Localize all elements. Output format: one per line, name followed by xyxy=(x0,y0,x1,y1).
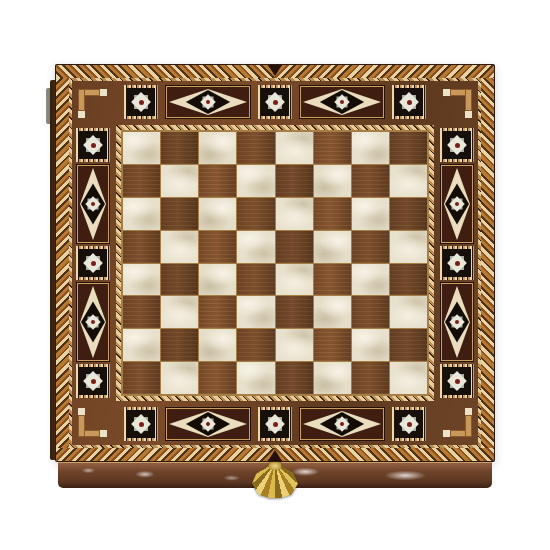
square-c5[interactable] xyxy=(199,231,236,263)
star-rosette-tile xyxy=(440,246,474,280)
square-b5[interactable] xyxy=(161,231,198,263)
square-f4[interactable] xyxy=(314,264,351,296)
motif-strip-bottom xyxy=(116,403,434,445)
square-c7[interactable] xyxy=(199,165,236,197)
square-h5[interactable] xyxy=(390,231,427,263)
square-f8[interactable] xyxy=(314,132,351,164)
star-rosette-tile xyxy=(440,128,474,162)
square-d8[interactable] xyxy=(237,132,274,164)
red-center-dot xyxy=(340,422,344,426)
square-c2[interactable] xyxy=(199,329,236,361)
square-e2[interactable] xyxy=(276,329,313,361)
diamond-lozenge-tile xyxy=(441,283,473,361)
square-e8[interactable] xyxy=(276,132,313,164)
red-center-dot xyxy=(455,379,460,384)
square-f7[interactable] xyxy=(314,165,351,197)
corner-l-motif xyxy=(438,405,476,443)
board-photo: Handmade wooden chess box with mother-of… xyxy=(0,0,550,550)
square-f5[interactable] xyxy=(314,231,351,263)
square-g1[interactable] xyxy=(352,362,389,394)
motif-strip-right xyxy=(436,125,478,401)
red-center-dot xyxy=(407,100,412,105)
square-g5[interactable] xyxy=(352,231,389,263)
rope-inlay-bottom-left xyxy=(56,448,275,461)
corner-l-motif xyxy=(438,83,476,121)
star-rosette-tile xyxy=(392,407,426,441)
square-d4[interactable] xyxy=(237,264,274,296)
square-e5[interactable] xyxy=(276,231,313,263)
square-g3[interactable] xyxy=(352,296,389,328)
square-g6[interactable] xyxy=(352,198,389,230)
square-b6[interactable] xyxy=(161,198,198,230)
square-h8[interactable] xyxy=(390,132,427,164)
star-rosette-tile xyxy=(76,364,110,398)
corner-l-motif xyxy=(74,405,112,443)
playing-grid xyxy=(123,132,427,394)
square-d2[interactable] xyxy=(237,329,274,361)
red-center-dot xyxy=(455,202,459,206)
square-b2[interactable] xyxy=(161,329,198,361)
square-e7[interactable] xyxy=(276,165,313,197)
red-center-dot xyxy=(91,261,96,266)
square-b3[interactable] xyxy=(161,296,198,328)
square-g7[interactable] xyxy=(352,165,389,197)
square-c1[interactable] xyxy=(199,362,236,394)
star-rosette-tile xyxy=(392,85,426,119)
square-a2[interactable] xyxy=(123,329,160,361)
square-h3[interactable] xyxy=(390,296,427,328)
square-b7[interactable] xyxy=(161,165,198,197)
square-f3[interactable] xyxy=(314,296,351,328)
square-d6[interactable] xyxy=(237,198,274,230)
clasp-knob xyxy=(269,462,281,470)
motif-strip-top xyxy=(116,81,434,123)
red-center-dot xyxy=(91,143,96,148)
square-e6[interactable] xyxy=(276,198,313,230)
square-b4[interactable] xyxy=(161,264,198,296)
square-d3[interactable] xyxy=(237,296,274,328)
square-b1[interactable] xyxy=(161,362,198,394)
shell-clasp[interactable] xyxy=(252,462,298,498)
red-center-dot xyxy=(273,422,278,427)
red-center-dot xyxy=(91,202,95,206)
star-rosette-tile xyxy=(258,407,292,441)
diamond-lozenge-tile xyxy=(441,165,473,243)
rope-inlay-top-left xyxy=(56,65,275,78)
square-d5[interactable] xyxy=(237,231,274,263)
square-f1[interactable] xyxy=(314,362,351,394)
rope-inlay-left xyxy=(56,78,69,448)
square-c3[interactable] xyxy=(199,296,236,328)
red-center-dot xyxy=(91,379,96,384)
mitre-notch-top xyxy=(268,65,282,76)
square-a1[interactable] xyxy=(123,362,160,394)
square-a3[interactable] xyxy=(123,296,160,328)
red-center-dot xyxy=(340,100,344,104)
square-c6[interactable] xyxy=(199,198,236,230)
mitre-notch-bottom xyxy=(268,450,282,461)
square-c8[interactable] xyxy=(199,132,236,164)
diamond-lozenge-tile xyxy=(300,408,384,440)
red-center-dot xyxy=(407,422,412,427)
red-center-dot xyxy=(206,422,210,426)
diamond-lozenge-tile xyxy=(166,86,250,118)
diamond-lozenge-tile xyxy=(77,283,109,361)
square-g4[interactable] xyxy=(352,264,389,296)
red-center-dot xyxy=(139,422,144,427)
square-d7[interactable] xyxy=(237,165,274,197)
red-center-dot xyxy=(206,100,210,104)
corner-l-motif xyxy=(74,83,112,121)
star-rosette-tile xyxy=(76,246,110,280)
square-g2[interactable] xyxy=(352,329,389,361)
star-rosette-tile xyxy=(124,85,158,119)
star-rosette-tile xyxy=(258,85,292,119)
grid-frame xyxy=(116,125,434,401)
diamond-lozenge-tile xyxy=(166,408,250,440)
red-center-dot xyxy=(91,320,95,324)
chess-board xyxy=(55,64,495,462)
square-a8[interactable] xyxy=(123,132,160,164)
red-center-dot xyxy=(273,100,278,105)
square-a4[interactable] xyxy=(123,264,160,296)
red-center-dot xyxy=(455,261,460,266)
square-h6[interactable] xyxy=(390,198,427,230)
square-h7[interactable] xyxy=(390,165,427,197)
rope-inlay-right xyxy=(481,78,494,448)
rope-inlay-top-right xyxy=(275,65,494,78)
red-center-dot xyxy=(455,143,460,148)
red-center-dot xyxy=(455,320,459,324)
square-a6[interactable] xyxy=(123,198,160,230)
square-a5[interactable] xyxy=(123,231,160,263)
square-f2[interactable] xyxy=(314,329,351,361)
square-c4[interactable] xyxy=(199,264,236,296)
star-rosette-tile xyxy=(440,364,474,398)
square-h1[interactable] xyxy=(390,362,427,394)
square-h4[interactable] xyxy=(390,264,427,296)
motif-strip-left xyxy=(72,125,114,401)
square-h2[interactable] xyxy=(390,329,427,361)
square-e4[interactable] xyxy=(276,264,313,296)
square-e1[interactable] xyxy=(276,362,313,394)
red-center-dot xyxy=(139,100,144,105)
diamond-lozenge-tile xyxy=(77,165,109,243)
inlaid-border xyxy=(69,78,481,448)
star-rosette-tile xyxy=(76,128,110,162)
square-f6[interactable] xyxy=(314,198,351,230)
square-b8[interactable] xyxy=(161,132,198,164)
star-rosette-tile xyxy=(124,407,158,441)
square-e3[interactable] xyxy=(276,296,313,328)
square-a7[interactable] xyxy=(123,165,160,197)
square-g8[interactable] xyxy=(352,132,389,164)
rope-inlay-bottom-right xyxy=(275,448,494,461)
square-d1[interactable] xyxy=(237,362,274,394)
diamond-lozenge-tile xyxy=(300,86,384,118)
